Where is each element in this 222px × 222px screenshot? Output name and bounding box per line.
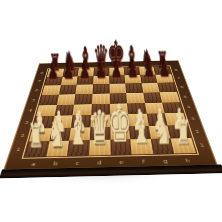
piece-black-rook[interactable]: ♜ xyxy=(49,51,61,75)
square-d1[interactable]: ♛ xyxy=(89,140,110,155)
square-h5[interactable] xyxy=(160,92,180,102)
piece-white-knight[interactable]: ♞ xyxy=(48,116,66,152)
file-label-h: h xyxy=(175,156,200,166)
piece-black-pawn[interactable]: ♟ xyxy=(79,59,91,82)
piece-black-pawn[interactable]: ♟ xyxy=(127,58,139,81)
square-c1[interactable]: ♝ xyxy=(67,141,89,156)
square-d7[interactable]: ♟ xyxy=(93,76,109,85)
piece-black-queen[interactable]: ♛ xyxy=(93,41,109,74)
rank-label-5: 5 xyxy=(26,95,41,105)
square-d6[interactable] xyxy=(92,84,109,94)
rank-label-6: 6 xyxy=(175,82,189,91)
board-tilt-wrapper: ♜♞♝♛♚♝♞♜♟♟♟♟♟♟♟♟♟♟♟♟♟♟♟♟♜♞♝♛♚♝♞♜ abcdefg… xyxy=(0,0,222,222)
file-label-f: f xyxy=(132,157,155,167)
square-e6[interactable] xyxy=(109,84,126,94)
piece-white-knight[interactable]: ♞ xyxy=(154,113,172,149)
rank-label-7: 7 xyxy=(172,74,186,83)
rank-label-5: 5 xyxy=(178,92,193,102)
square-e1[interactable]: ♚ xyxy=(110,140,132,155)
square-f8[interactable]: ♝ xyxy=(124,67,140,75)
file-label-a: a xyxy=(21,159,45,169)
piece-black-knight[interactable]: ♞ xyxy=(141,46,154,72)
scene: ♜♞♝♛♚♝♞♜♟♟♟♟♟♟♟♟♟♟♟♟♟♟♟♟♜♞♝♛♚♝♞♜ abcdefg… xyxy=(0,0,222,222)
square-g5[interactable] xyxy=(143,92,162,102)
rank-label-8: 8 xyxy=(35,69,48,77)
piece-white-bishop[interactable]: ♝ xyxy=(68,110,89,152)
square-f1[interactable]: ♝ xyxy=(130,139,153,154)
square-a8[interactable]: ♜ xyxy=(47,69,64,77)
file-label-d: d xyxy=(88,158,110,168)
square-b6[interactable] xyxy=(59,85,77,95)
square-g7[interactable]: ♟ xyxy=(140,74,158,83)
square-h6[interactable] xyxy=(158,83,177,93)
piece-black-pawn[interactable]: ♟ xyxy=(47,60,59,83)
piece-white-rook[interactable]: ♜ xyxy=(28,120,44,153)
square-e8[interactable]: ♚ xyxy=(109,67,125,75)
square-b1[interactable]: ♞ xyxy=(46,141,69,156)
rank-label-7: 7 xyxy=(33,77,46,86)
piece-white-rook[interactable]: ♜ xyxy=(176,116,192,149)
chess-board: ♜♞♝♛♚♝♞♜♟♟♟♟♟♟♟♟♟♟♟♟♟♟♟♟♜♞♝♛♚♝♞♜ abcdefg… xyxy=(3,60,218,170)
piece-black-bishop[interactable]: ♝ xyxy=(78,44,93,74)
square-g8[interactable]: ♞ xyxy=(139,67,156,75)
piece-black-bishop[interactable]: ♝ xyxy=(124,42,139,72)
square-b5[interactable] xyxy=(57,94,76,105)
piece-white-king[interactable]: ♚ xyxy=(108,100,133,151)
piece-black-pawn[interactable]: ♟ xyxy=(111,58,123,81)
square-h7[interactable]: ♟ xyxy=(156,74,174,83)
file-label-c: c xyxy=(66,158,89,168)
rank-label-6: 6 xyxy=(29,86,43,96)
square-a7[interactable]: ♟ xyxy=(44,77,62,86)
file-label-b: b xyxy=(44,159,68,169)
square-c8[interactable]: ♝ xyxy=(78,68,94,76)
square-d8[interactable]: ♛ xyxy=(93,68,109,76)
file-label-g: g xyxy=(154,156,178,166)
piece-black-king[interactable]: ♚ xyxy=(107,36,125,73)
square-c7[interactable]: ♟ xyxy=(77,76,94,85)
rank-label-8: 8 xyxy=(170,66,183,74)
square-g6[interactable] xyxy=(142,83,160,93)
piece-white-bishop[interactable]: ♝ xyxy=(131,108,152,150)
square-a6[interactable] xyxy=(42,85,61,95)
square-c6[interactable] xyxy=(76,84,93,94)
square-a5[interactable] xyxy=(39,95,59,106)
board-grid: ♜♞♝♛♚♝♞♜♟♟♟♟♟♟♟♟♟♟♟♟♟♟♟♟♜♞♝♛♚♝♞♜ xyxy=(25,66,197,157)
square-f7[interactable]: ♟ xyxy=(125,75,142,84)
piece-black-pawn[interactable]: ♟ xyxy=(159,57,171,80)
square-g1[interactable]: ♞ xyxy=(151,139,175,154)
square-f6[interactable] xyxy=(125,83,143,93)
square-b7[interactable]: ♟ xyxy=(61,76,78,85)
piece-black-knight[interactable]: ♞ xyxy=(64,48,77,74)
square-e7[interactable]: ♟ xyxy=(109,75,125,84)
piece-black-rook[interactable]: ♜ xyxy=(157,48,169,72)
piece-black-pawn[interactable]: ♟ xyxy=(95,59,107,82)
square-h8[interactable]: ♜ xyxy=(154,66,171,74)
square-b8[interactable]: ♞ xyxy=(62,68,79,76)
piece-black-pawn[interactable]: ♟ xyxy=(63,59,75,82)
file-label-e: e xyxy=(110,157,132,167)
piece-black-pawn[interactable]: ♟ xyxy=(143,57,155,80)
